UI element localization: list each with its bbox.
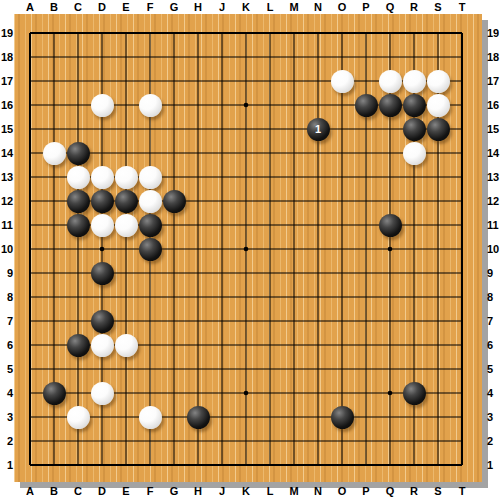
column-label-top-R: R bbox=[404, 0, 424, 14]
stone-white-D6[interactable] bbox=[91, 334, 114, 357]
row-label-right-9: 9 bbox=[487, 266, 500, 280]
column-label-top-Q: Q bbox=[380, 0, 400, 14]
row-label-left-5: 5 bbox=[1, 362, 13, 376]
stone-white-O17[interactable] bbox=[331, 70, 354, 93]
stone-white-F3[interactable] bbox=[139, 406, 162, 429]
column-label-bottom-R: R bbox=[404, 484, 424, 498]
stone-white-C13[interactable] bbox=[67, 166, 90, 189]
stone-black-R4[interactable] bbox=[403, 382, 426, 405]
stone-white-R17[interactable] bbox=[403, 70, 426, 93]
column-label-bottom-S: S bbox=[428, 484, 448, 498]
stone-white-D13[interactable] bbox=[91, 166, 114, 189]
row-label-right-14: 14 bbox=[487, 146, 500, 160]
row-label-right-17: 17 bbox=[487, 74, 500, 88]
row-label-right-3: 3 bbox=[487, 410, 500, 424]
stone-white-Q17[interactable] bbox=[379, 70, 402, 93]
column-label-bottom-L: L bbox=[260, 484, 280, 498]
column-label-top-D: D bbox=[92, 0, 112, 14]
column-label-top-H: H bbox=[188, 0, 208, 14]
stone-white-D11[interactable] bbox=[91, 214, 114, 237]
star-point-Q4 bbox=[388, 391, 393, 396]
row-label-right-5: 5 bbox=[487, 362, 500, 376]
row-label-right-18: 18 bbox=[487, 50, 500, 64]
stone-black-S15[interactable] bbox=[427, 118, 450, 141]
column-label-bottom-N: N bbox=[308, 484, 328, 498]
column-label-bottom-E: E bbox=[116, 484, 136, 498]
stone-black-E12[interactable] bbox=[115, 190, 138, 213]
stone-black-H3[interactable] bbox=[187, 406, 210, 429]
column-label-top-K: K bbox=[236, 0, 256, 14]
column-label-top-O: O bbox=[332, 0, 352, 14]
row-label-left-7: 7 bbox=[1, 314, 13, 328]
stone-black-R15[interactable] bbox=[403, 118, 426, 141]
row-label-left-2: 2 bbox=[1, 434, 13, 448]
row-label-right-1: 1 bbox=[487, 458, 500, 472]
column-label-top-M: M bbox=[284, 0, 304, 14]
column-label-bottom-H: H bbox=[188, 484, 208, 498]
row-label-right-13: 13 bbox=[487, 170, 500, 184]
column-label-top-N: N bbox=[308, 0, 328, 14]
stone-black-C6[interactable] bbox=[67, 334, 90, 357]
column-label-bottom-J: J bbox=[212, 484, 232, 498]
row-label-left-11: 11 bbox=[1, 218, 13, 232]
row-label-left-15: 15 bbox=[1, 122, 13, 136]
stone-black-D7[interactable] bbox=[91, 310, 114, 333]
stone-white-E6[interactable] bbox=[115, 334, 138, 357]
star-point-K4 bbox=[244, 391, 249, 396]
row-label-left-13: 13 bbox=[1, 170, 13, 184]
stone-black-Q11[interactable] bbox=[379, 214, 402, 237]
column-label-top-J: J bbox=[212, 0, 232, 14]
stone-black-D9[interactable] bbox=[91, 262, 114, 285]
stone-black-P16[interactable] bbox=[355, 94, 378, 117]
stone-black-C11[interactable] bbox=[67, 214, 90, 237]
stone-white-F16[interactable] bbox=[139, 94, 162, 117]
stone-black-C14[interactable] bbox=[67, 142, 90, 165]
star-point-K16 bbox=[244, 103, 249, 108]
column-label-top-T: T bbox=[452, 0, 472, 14]
column-label-bottom-A: A bbox=[20, 484, 40, 498]
column-label-bottom-Q: Q bbox=[380, 484, 400, 498]
column-label-top-L: L bbox=[260, 0, 280, 14]
column-label-bottom-O: O bbox=[332, 484, 352, 498]
row-label-left-1: 1 bbox=[1, 458, 13, 472]
stone-white-D16[interactable] bbox=[91, 94, 114, 117]
row-label-left-3: 3 bbox=[1, 410, 13, 424]
row-label-left-14: 14 bbox=[1, 146, 13, 160]
go-board[interactable]: 1 bbox=[14, 14, 482, 482]
row-label-left-12: 12 bbox=[1, 194, 13, 208]
move-number-label: 1 bbox=[307, 118, 330, 141]
column-label-top-P: P bbox=[356, 0, 376, 14]
column-label-top-S: S bbox=[428, 0, 448, 14]
row-label-left-9: 9 bbox=[1, 266, 13, 280]
row-label-left-18: 18 bbox=[1, 50, 13, 64]
stone-white-C3[interactable] bbox=[67, 406, 90, 429]
row-label-right-15: 15 bbox=[487, 122, 500, 136]
column-label-top-E: E bbox=[116, 0, 136, 14]
stone-white-E13[interactable] bbox=[115, 166, 138, 189]
column-label-bottom-F: F bbox=[140, 484, 160, 498]
row-label-right-11: 11 bbox=[487, 218, 500, 232]
column-label-top-G: G bbox=[164, 0, 184, 14]
stone-white-E11[interactable] bbox=[115, 214, 138, 237]
star-point-Q10 bbox=[388, 247, 393, 252]
stone-white-D4[interactable] bbox=[91, 382, 114, 405]
row-label-right-12: 12 bbox=[487, 194, 500, 208]
go-board-diagram: 1 AABBCCDDEEFFGGHHJJKKLLMMNNOOPPQQRRSSTT… bbox=[0, 0, 500, 500]
row-label-right-4: 4 bbox=[487, 386, 500, 400]
row-label-right-10: 10 bbox=[487, 242, 500, 256]
star-point-K10 bbox=[244, 247, 249, 252]
column-label-bottom-G: G bbox=[164, 484, 184, 498]
column-label-bottom-T: T bbox=[452, 484, 472, 498]
stone-white-F13[interactable] bbox=[139, 166, 162, 189]
stone-black-D12[interactable] bbox=[91, 190, 114, 213]
column-label-bottom-K: K bbox=[236, 484, 256, 498]
column-label-top-A: A bbox=[20, 0, 40, 14]
row-label-right-7: 7 bbox=[487, 314, 500, 328]
stone-black-O3[interactable] bbox=[331, 406, 354, 429]
row-label-right-8: 8 bbox=[487, 290, 500, 304]
stone-black-F10[interactable] bbox=[139, 238, 162, 261]
column-label-top-B: B bbox=[44, 0, 64, 14]
stone-black-N15[interactable]: 1 bbox=[307, 118, 330, 141]
row-label-left-8: 8 bbox=[1, 290, 13, 304]
column-label-top-F: F bbox=[140, 0, 160, 14]
row-label-left-6: 6 bbox=[1, 338, 13, 352]
stone-white-S16[interactable] bbox=[427, 94, 450, 117]
star-point-D10 bbox=[100, 247, 105, 252]
row-label-left-16: 16 bbox=[1, 98, 13, 112]
column-label-bottom-M: M bbox=[284, 484, 304, 498]
row-label-right-2: 2 bbox=[487, 434, 500, 448]
row-label-left-19: 19 bbox=[1, 26, 13, 40]
row-label-right-16: 16 bbox=[487, 98, 500, 112]
stone-white-F12[interactable] bbox=[139, 190, 162, 213]
stone-black-R16[interactable] bbox=[403, 94, 426, 117]
column-label-bottom-P: P bbox=[356, 484, 376, 498]
stone-white-R14[interactable] bbox=[403, 142, 426, 165]
column-label-bottom-D: D bbox=[92, 484, 112, 498]
stone-black-C12[interactable] bbox=[67, 190, 90, 213]
stone-black-F11[interactable] bbox=[139, 214, 162, 237]
row-label-left-4: 4 bbox=[1, 386, 13, 400]
row-label-left-17: 17 bbox=[1, 74, 13, 88]
row-label-right-19: 19 bbox=[487, 26, 500, 40]
row-label-left-10: 10 bbox=[1, 242, 13, 256]
stone-white-S17[interactable] bbox=[427, 70, 450, 93]
stone-black-G12[interactable] bbox=[163, 190, 186, 213]
column-label-top-C: C bbox=[68, 0, 88, 14]
stone-black-B4[interactable] bbox=[43, 382, 66, 405]
stone-black-Q16[interactable] bbox=[379, 94, 402, 117]
column-label-bottom-C: C bbox=[68, 484, 88, 498]
row-label-right-6: 6 bbox=[487, 338, 500, 352]
stone-white-B14[interactable] bbox=[43, 142, 66, 165]
column-label-bottom-B: B bbox=[44, 484, 64, 498]
